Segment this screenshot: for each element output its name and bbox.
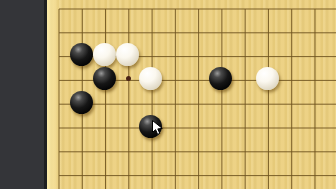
white-stone-D17 <box>116 43 139 66</box>
white-stone-C17 <box>93 43 116 66</box>
app-screen <box>0 0 336 189</box>
mouse-cursor-icon <box>151 120 164 136</box>
white-stone-K16 <box>256 67 279 90</box>
black-stone-H16 <box>209 67 232 90</box>
black-stone-B17 <box>70 43 93 66</box>
black-stone-B15 <box>70 91 93 114</box>
board-overlay <box>47 0 336 189</box>
white-stone-E16 <box>139 67 162 90</box>
left-panel <box>0 0 47 189</box>
star-point <box>126 76 131 81</box>
black-stone-C16 <box>93 67 116 90</box>
go-board[interactable] <box>47 0 336 189</box>
